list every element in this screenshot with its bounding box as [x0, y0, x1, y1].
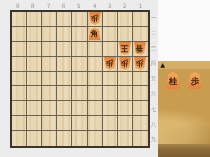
rank-label-7: 七 [150, 102, 157, 114]
rank-label-4: 四 [150, 57, 157, 69]
piece-gote-13[interactable]: 香 [134, 42, 146, 55]
board-square-89[interactable] [27, 131, 42, 146]
board-square-82[interactable] [27, 27, 42, 42]
board-square-74[interactable] [42, 57, 57, 72]
board-square-43[interactable] [88, 42, 103, 57]
board-square-64[interactable] [57, 57, 72, 72]
board-square-41[interactable]: 歩 [88, 12, 103, 27]
board-square-54[interactable] [72, 57, 87, 72]
board-square-81[interactable] [27, 12, 42, 27]
board-square-17[interactable] [133, 101, 148, 116]
board-square-32[interactable] [103, 27, 118, 42]
board-square-15[interactable] [133, 72, 148, 87]
board-square-91[interactable] [12, 12, 27, 27]
board-square-42[interactable]: 角 [88, 27, 103, 42]
rank-label-2: 二 [150, 27, 157, 39]
board-square-99[interactable] [12, 131, 27, 146]
rank-label-8: 八 [150, 117, 157, 129]
board-square-14[interactable]: 歩 [133, 57, 148, 72]
hand-panel: ▲ 桂歩 [158, 0, 210, 157]
board-square-28[interactable] [118, 116, 133, 131]
piece-kanji: 桂 [169, 76, 178, 85]
board-square-63[interactable] [57, 42, 72, 57]
board-square-56[interactable] [72, 86, 87, 101]
board-square-94[interactable] [12, 57, 27, 72]
file-label-5: 5 [72, 3, 85, 10]
board-square-49[interactable] [88, 131, 103, 146]
board-square-44[interactable] [88, 57, 103, 72]
board-square-67[interactable] [57, 101, 72, 116]
board-square-21[interactable] [118, 12, 133, 27]
board-square-35[interactable] [103, 72, 118, 87]
board-square-23[interactable]: 王 [118, 42, 133, 57]
rank-label-6: 六 [150, 87, 157, 99]
board-square-29[interactable] [118, 131, 133, 146]
board-square-58[interactable] [72, 116, 87, 131]
board-square-53[interactable] [72, 42, 87, 57]
file-label-2: 2 [118, 3, 131, 10]
sente-komadai: 桂歩 [158, 69, 210, 144]
board-square-52[interactable] [72, 27, 87, 42]
piece-gote-23[interactable]: 王 [119, 42, 131, 55]
file-label-9: 9 [11, 3, 24, 10]
board-square-24[interactable]: 歩 [118, 57, 133, 72]
piece-gote-24[interactable]: 歩 [119, 57, 131, 70]
board-square-83[interactable] [27, 42, 42, 57]
piece-kanji: 香 [137, 45, 145, 53]
piece-kanji: 歩 [191, 76, 200, 85]
board-square-88[interactable] [27, 116, 42, 131]
board-square-18[interactable] [133, 116, 148, 131]
board-square-73[interactable] [42, 42, 57, 57]
shogi-app: 987654321 一二三四五六七八九 歩角王香歩歩歩 ▲ 桂歩 [0, 0, 210, 157]
board-square-69[interactable] [57, 131, 72, 146]
rank-label-9: 九 [150, 132, 157, 144]
board-square-84[interactable] [27, 57, 42, 72]
rank-label-3: 三 [150, 42, 157, 54]
rank-label-1: 一 [150, 12, 157, 24]
board-square-13[interactable]: 香 [133, 42, 148, 57]
board-square-71[interactable] [42, 12, 57, 27]
board-square-47[interactable] [88, 101, 103, 116]
board-square-11[interactable] [133, 12, 148, 27]
board-square-31[interactable] [103, 12, 118, 27]
board-square-68[interactable] [57, 116, 72, 131]
board-square-95[interactable] [12, 72, 27, 87]
file-coordinates: 987654321 [10, 2, 148, 10]
board-square-45[interactable] [88, 72, 103, 87]
shogi-board[interactable]: 歩角王香歩歩歩 [10, 10, 150, 148]
board-square-37[interactable] [103, 101, 118, 116]
sente-turn-marker-icon: ▲ [160, 61, 165, 68]
board-square-25[interactable] [118, 72, 133, 87]
board-square-38[interactable] [103, 116, 118, 131]
hand-piece-sente-0[interactable]: 桂 [166, 72, 180, 89]
board-square-26[interactable] [118, 86, 133, 101]
piece-gote-14[interactable]: 歩 [134, 57, 146, 70]
file-label-8: 8 [26, 3, 39, 10]
file-label-6: 6 [57, 3, 70, 10]
board-square-97[interactable] [12, 101, 27, 116]
board-square-59[interactable] [72, 131, 87, 146]
board-square-96[interactable] [12, 86, 27, 101]
board-square-46[interactable] [88, 86, 103, 101]
rank-coordinates: 一二三四五六七八九 [149, 10, 158, 146]
board-square-79[interactable] [42, 131, 57, 146]
board-square-66[interactable] [57, 86, 72, 101]
board-square-34[interactable]: 歩 [103, 57, 118, 72]
board-square-36[interactable] [103, 86, 118, 101]
board-square-72[interactable] [42, 27, 57, 42]
file-label-1: 1 [134, 3, 147, 10]
sente-hand-header: ▲ [158, 61, 210, 69]
file-label-7: 7 [42, 3, 55, 10]
board-square-76[interactable] [42, 86, 57, 101]
board-square-78[interactable] [42, 116, 57, 131]
board-square-62[interactable] [57, 27, 72, 42]
board-square-22[interactable] [118, 27, 133, 42]
komadai-base [158, 144, 210, 157]
board-square-27[interactable] [118, 101, 133, 116]
piece-gote-34[interactable]: 歩 [104, 57, 116, 70]
board-area: 987654321 一二三四五六七八九 歩角王香歩歩歩 [0, 0, 158, 157]
board-square-92[interactable] [12, 27, 27, 42]
board-square-87[interactable] [27, 101, 42, 116]
piece-kanji: 角 [91, 30, 99, 38]
board-square-98[interactable] [12, 116, 27, 131]
board-square-12[interactable] [133, 27, 148, 42]
board-square-33[interactable] [103, 42, 118, 57]
piece-kanji: 歩 [106, 60, 114, 68]
piece-kanji: 王 [121, 45, 129, 53]
board-square-75[interactable] [42, 72, 57, 87]
rank-label-5: 五 [150, 72, 157, 84]
board-square-85[interactable] [27, 72, 42, 87]
piece-sente-42[interactable]: 角 [89, 27, 101, 40]
board-square-57[interactable] [72, 101, 87, 116]
board-square-77[interactable] [42, 101, 57, 116]
board-square-39[interactable] [103, 131, 118, 146]
board-square-19[interactable] [133, 131, 148, 146]
board-square-86[interactable] [27, 86, 42, 101]
piece-kanji: 歩 [91, 15, 99, 23]
file-label-4: 4 [88, 3, 101, 10]
piece-kanji: 歩 [137, 60, 145, 68]
piece-gote-41[interactable]: 歩 [89, 12, 101, 25]
hand-piece-sente-1[interactable]: 歩 [188, 72, 202, 89]
board-square-65[interactable] [57, 72, 72, 87]
file-label-3: 3 [103, 3, 116, 10]
board-square-48[interactable] [88, 116, 103, 131]
board-square-61[interactable] [57, 12, 72, 27]
piece-kanji: 歩 [121, 60, 129, 68]
board-square-55[interactable] [72, 72, 87, 87]
board-square-93[interactable] [12, 42, 27, 57]
board-square-51[interactable] [72, 12, 87, 27]
board-square-16[interactable] [133, 86, 148, 101]
